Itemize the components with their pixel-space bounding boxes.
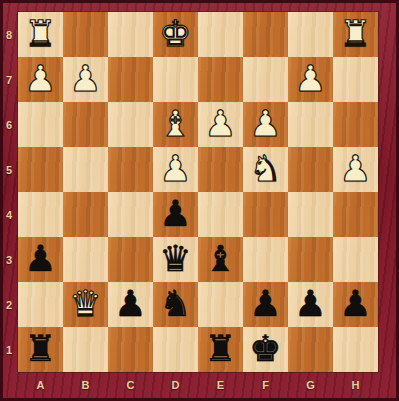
- piece-black-pawn-f2[interactable]: ♟: [249, 286, 281, 322]
- square-e5[interactable]: [198, 147, 243, 192]
- piece-white-pawn-a7[interactable]: ♟: [24, 61, 56, 97]
- square-e2[interactable]: [198, 282, 243, 327]
- square-c3[interactable]: [108, 237, 153, 282]
- square-b5[interactable]: [63, 147, 108, 192]
- chess-board: ♜♚♜♟♟♟♝♟♟♟♞♟♟♟♛♝♛♟♞♟♟♟♜♜♚: [18, 12, 378, 372]
- piece-white-pawn-b7[interactable]: ♟: [69, 61, 101, 97]
- square-f4[interactable]: [243, 192, 288, 237]
- square-d1[interactable]: [153, 327, 198, 372]
- piece-white-pawn-e6[interactable]: ♟: [204, 106, 236, 142]
- square-g5[interactable]: [288, 147, 333, 192]
- file-label-f: F: [243, 373, 288, 397]
- square-a6[interactable]: [18, 102, 63, 147]
- piece-black-pawn-g2[interactable]: ♟: [294, 286, 326, 322]
- piece-black-pawn-c2[interactable]: ♟: [114, 286, 146, 322]
- square-e8[interactable]: [198, 12, 243, 57]
- piece-white-pawn-h5[interactable]: ♟: [339, 151, 371, 187]
- file-label-e: E: [198, 373, 243, 397]
- square-e4[interactable]: [198, 192, 243, 237]
- square-g7[interactable]: ♟: [288, 57, 333, 102]
- piece-black-pawn-a3[interactable]: ♟: [24, 241, 56, 277]
- rank-labels: 8 7 6 5 4 3 2 1: [0, 12, 18, 372]
- square-e7[interactable]: [198, 57, 243, 102]
- chessboard-frame: 8 7 6 5 4 3 2 1 ♜♚♜♟♟♟♝♟♟♟♞♟♟♟♛♝♛♟♞♟♟♟♜♜…: [0, 0, 399, 401]
- square-c4[interactable]: [108, 192, 153, 237]
- square-h6[interactable]: [333, 102, 378, 147]
- piece-white-bishop-d6[interactable]: ♝: [159, 106, 191, 142]
- square-g8[interactable]: [288, 12, 333, 57]
- square-c8[interactable]: [108, 12, 153, 57]
- square-g4[interactable]: [288, 192, 333, 237]
- rank-label-5: 5: [0, 147, 18, 192]
- square-h3[interactable]: [333, 237, 378, 282]
- square-d3[interactable]: ♛: [153, 237, 198, 282]
- square-h7[interactable]: [333, 57, 378, 102]
- square-e3[interactable]: ♝: [198, 237, 243, 282]
- square-c7[interactable]: [108, 57, 153, 102]
- square-f7[interactable]: [243, 57, 288, 102]
- square-a1[interactable]: ♜: [18, 327, 63, 372]
- square-h8[interactable]: ♜: [333, 12, 378, 57]
- rank-label-1: 1: [0, 327, 18, 372]
- file-label-h: H: [333, 373, 378, 397]
- square-f1[interactable]: ♚: [243, 327, 288, 372]
- square-b8[interactable]: [63, 12, 108, 57]
- piece-white-knight-f5[interactable]: ♞: [249, 151, 281, 187]
- square-d6[interactable]: ♝: [153, 102, 198, 147]
- file-label-b: B: [63, 373, 108, 397]
- square-g2[interactable]: ♟: [288, 282, 333, 327]
- square-d8[interactable]: ♚: [153, 12, 198, 57]
- piece-white-pawn-g7[interactable]: ♟: [294, 61, 326, 97]
- square-h2[interactable]: ♟: [333, 282, 378, 327]
- square-d2[interactable]: ♞: [153, 282, 198, 327]
- square-b3[interactable]: [63, 237, 108, 282]
- square-b2[interactable]: ♛: [63, 282, 108, 327]
- square-h5[interactable]: ♟: [333, 147, 378, 192]
- rank-label-6: 6: [0, 102, 18, 147]
- piece-white-queen-b2[interactable]: ♛: [69, 286, 101, 322]
- piece-white-rook-a8[interactable]: ♜: [24, 16, 56, 52]
- square-g6[interactable]: [288, 102, 333, 147]
- square-a3[interactable]: ♟: [18, 237, 63, 282]
- file-label-d: D: [153, 373, 198, 397]
- square-a2[interactable]: [18, 282, 63, 327]
- square-c5[interactable]: [108, 147, 153, 192]
- square-d4[interactable]: ♟: [153, 192, 198, 237]
- rank-label-8: 8: [0, 12, 18, 57]
- rank-label-4: 4: [0, 192, 18, 237]
- square-c6[interactable]: [108, 102, 153, 147]
- square-f8[interactable]: [243, 12, 288, 57]
- file-label-c: C: [108, 373, 153, 397]
- piece-black-rook-a1[interactable]: ♜: [24, 331, 56, 367]
- file-labels: A B C D E F G H: [18, 373, 378, 397]
- rank-label-2: 2: [0, 282, 18, 327]
- square-d5[interactable]: ♟: [153, 147, 198, 192]
- piece-white-king-d8[interactable]: ♚: [159, 16, 191, 52]
- square-b1[interactable]: [63, 327, 108, 372]
- file-label-a: A: [18, 373, 63, 397]
- piece-black-pawn-h2[interactable]: ♟: [339, 286, 371, 322]
- square-c2[interactable]: ♟: [108, 282, 153, 327]
- piece-black-pawn-d4[interactable]: ♟: [159, 196, 191, 232]
- piece-black-queen-d3[interactable]: ♛: [159, 241, 191, 277]
- square-f3[interactable]: [243, 237, 288, 282]
- square-f5[interactable]: ♞: [243, 147, 288, 192]
- square-a8[interactable]: ♜: [18, 12, 63, 57]
- square-b6[interactable]: [63, 102, 108, 147]
- square-g3[interactable]: [288, 237, 333, 282]
- square-e1[interactable]: ♜: [198, 327, 243, 372]
- piece-white-pawn-f6[interactable]: ♟: [249, 106, 281, 142]
- square-a7[interactable]: ♟: [18, 57, 63, 102]
- square-g1[interactable]: [288, 327, 333, 372]
- square-h4[interactable]: [333, 192, 378, 237]
- rank-label-7: 7: [0, 57, 18, 102]
- piece-white-rook-h8[interactable]: ♜: [339, 16, 371, 52]
- square-a5[interactable]: [18, 147, 63, 192]
- square-e6[interactable]: ♟: [198, 102, 243, 147]
- piece-black-king-f1[interactable]: ♚: [249, 331, 281, 367]
- piece-black-bishop-e3[interactable]: ♝: [204, 241, 236, 277]
- rank-label-3: 3: [0, 237, 18, 282]
- square-h1[interactable]: [333, 327, 378, 372]
- piece-black-rook-e1[interactable]: ♜: [204, 331, 236, 367]
- square-c1[interactable]: [108, 327, 153, 372]
- square-f6[interactable]: ♟: [243, 102, 288, 147]
- square-d7[interactable]: [153, 57, 198, 102]
- square-b7[interactable]: ♟: [63, 57, 108, 102]
- square-b4[interactable]: [63, 192, 108, 237]
- file-label-g: G: [288, 373, 333, 397]
- square-f2[interactable]: ♟: [243, 282, 288, 327]
- piece-white-pawn-d5[interactable]: ♟: [159, 151, 191, 187]
- square-a4[interactable]: [18, 192, 63, 237]
- piece-black-knight-d2[interactable]: ♞: [159, 286, 191, 322]
